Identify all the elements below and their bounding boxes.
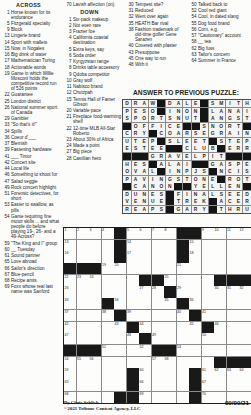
clue-number: 58 xyxy=(189,39,197,44)
grid-cell-7-13[interactable] xyxy=(214,298,226,309)
grid-cell-14-12[interactable]: 67 xyxy=(202,380,214,391)
grid-cell-5-2[interactable]: 23 xyxy=(77,275,89,286)
answer-cell-3-1: S xyxy=(123,115,131,122)
clue-across-66: 66Sailor's direction xyxy=(2,266,61,271)
cell-number: 6 xyxy=(140,228,142,232)
clue-down-32: 32Went over again xyxy=(126,14,185,19)
grid-cell-9-2[interactable] xyxy=(77,322,89,333)
grid-cell-6-1[interactable]: 26 xyxy=(64,286,76,297)
grid-cell-9-4[interactable] xyxy=(102,322,114,333)
puzzle-grid[interactable]: 1234567891011121314151617181920212223242… xyxy=(63,227,251,404)
answer-block xyxy=(192,123,200,130)
clue-across-17: 17Mathematician Turing xyxy=(2,58,61,63)
grid-cell-4-10[interactable]: 21 xyxy=(177,263,189,274)
grid-cell-8-12[interactable]: 41 xyxy=(202,310,214,321)
grid-cell-6-3[interactable] xyxy=(89,286,101,297)
grid-cell-1-3[interactable]: 3 xyxy=(89,228,101,239)
grid-cell-1-13[interactable]: 10 xyxy=(214,228,226,239)
grid-cell-1-6[interactable]: 5 xyxy=(127,228,139,239)
clue-down-15: 15Tennis Hall of Famer Gibson xyxy=(64,97,121,107)
grid-cell-4-12[interactable] xyxy=(202,263,214,274)
grid-cell-13-1[interactable]: 59 xyxy=(64,368,76,379)
grid-cell-2-1[interactable]: 13 xyxy=(64,240,76,251)
clue-across-14: 14Sport with mallets xyxy=(2,40,61,45)
clue-number: 52 xyxy=(189,8,197,13)
answer-cell-3-5: T xyxy=(157,115,165,122)
answer-cell-13-5: S xyxy=(157,191,165,198)
clue-number: 9 xyxy=(2,27,10,32)
clue-text: Talked back to xyxy=(198,2,250,7)
answer-block xyxy=(243,123,251,130)
grid-cell-13-2[interactable] xyxy=(77,368,89,379)
cell-number: 19 xyxy=(102,263,106,267)
grid-cell-5-4[interactable] xyxy=(102,275,114,286)
across-clues-column: ACROSS 1Horse known for its endurance5Fi… xyxy=(2,2,61,296)
grid-cell-6-14[interactable]: 31 xyxy=(227,286,239,297)
grid-cell-11-12[interactable] xyxy=(202,345,214,356)
grid-cell-13-10[interactable] xyxy=(177,368,189,379)
grid-cell-6-11[interactable] xyxy=(189,286,201,297)
cell-number: 55 xyxy=(77,357,81,361)
grid-cell-11-11[interactable] xyxy=(189,345,201,356)
grid-cell-1-14[interactable]: 11 xyxy=(227,228,239,239)
answer-cell-13-13: E xyxy=(226,191,234,198)
answer-cell-6-8: E xyxy=(183,138,191,145)
grid-cell-6-4[interactable] xyxy=(102,286,114,297)
answer-cell-9-13: S xyxy=(226,161,234,168)
grid-cell-2-8[interactable] xyxy=(152,240,164,251)
grid-cell-2-13[interactable] xyxy=(214,240,226,251)
grid-cell-11-13[interactable] xyxy=(214,345,226,356)
clue-text: Qdoba competitor xyxy=(73,72,121,77)
grid-cell-2-12[interactable] xyxy=(202,240,214,251)
clue-text: London district xyxy=(11,99,61,104)
grid-cell-1-12[interactable]: 9 xyxy=(202,228,214,239)
grid-cell-12-9[interactable]: 58 xyxy=(164,357,176,368)
grid-cell-11-15[interactable] xyxy=(239,345,251,356)
grid-cell-6-5[interactable] xyxy=(114,286,126,297)
grid-cell-9-9[interactable] xyxy=(164,322,176,333)
clue-number: 67 xyxy=(2,272,10,277)
grid-cell-12-5[interactable] xyxy=(114,357,126,368)
grid-cell-12-6[interactable] xyxy=(127,357,139,368)
grid-cell-4-15[interactable] xyxy=(239,263,251,274)
answer-cell-6-12: S xyxy=(217,138,225,145)
clue-text: With it xyxy=(135,62,185,67)
grid-cell-14-5[interactable] xyxy=(114,380,126,391)
answer-cell-15-8: A xyxy=(183,206,191,213)
answer-cell-13-2: U xyxy=(132,191,140,198)
answer-block xyxy=(226,153,234,160)
grid-block xyxy=(152,275,164,286)
grid-cell-14-14[interactable] xyxy=(227,380,239,391)
grid-cell-7-1[interactable]: 33 xyxy=(64,298,76,309)
grid-cell-3-14[interactable] xyxy=(227,251,239,262)
answer-cell-14-1: V xyxy=(123,198,131,205)
answer-block xyxy=(200,100,208,107)
grid-cell-8-15[interactable] xyxy=(239,310,251,321)
grid-cell-3-1[interactable]: 16 xyxy=(64,251,76,262)
grid-cell-8-1[interactable]: 37 xyxy=(64,310,76,321)
clue-number: 32 xyxy=(126,14,134,19)
grid-cell-12-7[interactable] xyxy=(139,357,151,368)
grid-cell-4-5[interactable]: 20 xyxy=(114,263,126,274)
grid-cell-8-4[interactable]: 38 xyxy=(102,310,114,321)
grid-cell-3-4[interactable] xyxy=(102,251,114,262)
grid-cell-5-1[interactable]: 22 xyxy=(64,275,76,286)
grid-cell-14-15[interactable] xyxy=(239,380,251,391)
clue-down-22: 2212-time MLB All-Star Roberto xyxy=(64,126,121,136)
grid-cell-13-7[interactable]: 60 xyxy=(139,368,151,379)
grid-cell-14-10[interactable] xyxy=(177,380,189,391)
grid-cell-14-9[interactable] xyxy=(164,380,176,391)
clue-number: 44 xyxy=(2,166,10,171)
grid-cell-7-11[interactable]: 36 xyxy=(189,298,201,309)
clue-across-42: 42Concert site xyxy=(2,160,61,165)
grid-cell-15-9[interactable] xyxy=(164,392,176,403)
grid-cell-6-15[interactable]: 32 xyxy=(239,286,251,297)
cell-number: 3 xyxy=(90,228,92,232)
grid-cell-5-5[interactable] xyxy=(114,275,126,286)
grid-cell-13-12[interactable]: 61 xyxy=(202,368,214,379)
grid-cell-14-1[interactable]: 65 xyxy=(64,380,76,391)
answer-cell-7-14: R xyxy=(234,145,242,152)
grid-cell-13-9[interactable] xyxy=(164,368,176,379)
grid-cell-12-2[interactable]: 55 xyxy=(77,357,89,368)
grid-cell-3-13[interactable] xyxy=(214,251,226,262)
grid-cell-13-13[interactable]: 62 xyxy=(214,368,226,379)
clue-down-57: 57"Cautionary" account xyxy=(189,33,250,38)
grid-cell-6-8[interactable]: 28 xyxy=(152,286,164,297)
cell-number: 37 xyxy=(65,310,69,314)
answer-cell-3-7: N xyxy=(174,115,182,122)
grid-cell-4-6[interactable] xyxy=(127,263,139,274)
grid-cell-9-5[interactable]: 43 xyxy=(114,322,126,333)
grid-cell-12-11[interactable] xyxy=(189,357,201,368)
grid-cell-2-9[interactable] xyxy=(164,240,176,251)
clue-text: Kyrgyzstan range xyxy=(73,59,121,64)
grid-cell-9-10[interactable] xyxy=(177,322,189,333)
grid-cell-12-12[interactable] xyxy=(202,357,214,368)
answer-cell-12-14: N xyxy=(234,183,242,190)
grid-cell-14-2[interactable] xyxy=(77,380,89,391)
clue-text: Guarantee xyxy=(11,92,61,97)
grid-cell-6-13[interactable]: 30 xyxy=(214,286,226,297)
clue-across-54: 54Game requiring fine motor skills ... a… xyxy=(2,214,61,240)
clue-number: 16 xyxy=(2,52,10,57)
grid-cell-1-7[interactable]: 6 xyxy=(139,228,151,239)
grid-cell-15-12[interactable]: 70 xyxy=(202,392,214,403)
cell-number: 43 xyxy=(115,322,119,326)
grid-cell-5-9[interactable]: 25 xyxy=(164,275,176,286)
answer-cell-10-12: N xyxy=(217,168,225,175)
grid-cell-10-8[interactable]: 49 xyxy=(152,333,164,344)
grid-cell-15-10[interactable] xyxy=(177,392,189,403)
grid-cell-9-8[interactable] xyxy=(152,322,164,333)
grid-cell-10-6[interactable]: 48 xyxy=(127,333,139,344)
grid-cell-8-9[interactable] xyxy=(164,310,176,321)
grid-cell-8-8[interactable] xyxy=(152,310,164,321)
cell-number: 67 xyxy=(202,380,206,384)
grid-cell-1-2[interactable]: 2 xyxy=(77,228,89,239)
answer-block xyxy=(140,153,148,160)
grid-cell-3-11[interactable]: 18 xyxy=(189,251,201,262)
grid-cell-3-8[interactable] xyxy=(152,251,164,262)
clue-text: Coeur d'___ xyxy=(11,135,61,140)
answer-cell-13-3: N xyxy=(140,191,148,198)
clue-text: Big drink of water xyxy=(11,52,61,57)
grid-cell-7-9[interactable]: 35 xyxy=(164,298,176,309)
grid-cell-12-3[interactable]: 56 xyxy=(89,357,101,368)
answer-cell-2-6: I xyxy=(166,108,174,115)
clue-number: 18 xyxy=(2,65,10,70)
clue-text: Game in which Willie Mosconi holds the c… xyxy=(11,71,61,92)
answer-cell-10-2: V xyxy=(132,168,140,175)
clue-number: 41 xyxy=(2,154,10,159)
grid-cell-10-11[interactable] xyxy=(189,333,201,344)
grid-cell-12-8[interactable]: 57 xyxy=(152,357,164,368)
grid-cell-7-8[interactable] xyxy=(152,298,164,309)
grid-cell-13-15[interactable]: 64 xyxy=(239,368,251,379)
grid-cell-14-8[interactable] xyxy=(152,380,164,391)
grid-block xyxy=(152,345,164,356)
grid-cell-2-2[interactable] xyxy=(77,240,89,251)
grid-cell-4-14[interactable] xyxy=(227,263,239,274)
grid-cell-10-1[interactable]: 47 xyxy=(64,333,76,344)
cell-number: 22 xyxy=(65,275,69,279)
answer-cell-6-6: S xyxy=(166,138,174,145)
clue-across-67: 67Blue-pencil xyxy=(2,272,61,277)
grid-cell-2-11[interactable]: 15 xyxy=(189,240,201,251)
grid-cell-6-6[interactable] xyxy=(127,286,139,297)
answer-cell-2-13: N xyxy=(226,108,234,115)
grid-cell-1-1[interactable]: 1 xyxy=(64,228,76,239)
answer-cell-12-6: N xyxy=(166,183,174,190)
grid-cell-5-6[interactable] xyxy=(127,275,139,286)
answer-block xyxy=(123,183,131,190)
grid-cell-7-14[interactable] xyxy=(227,298,239,309)
grid-cell-8-14[interactable] xyxy=(227,310,239,321)
grid-cell-5-11[interactable] xyxy=(189,275,201,286)
answer-cell-2-3: S xyxy=(140,108,148,115)
grid-cell-4-11[interactable] xyxy=(189,263,201,274)
clue-text: Blue-pencil xyxy=(11,272,61,277)
grid-cell-8-10[interactable]: 40 xyxy=(177,310,189,321)
grid-cell-3-7[interactable] xyxy=(139,251,151,262)
grid-cell-2-14[interactable] xyxy=(227,240,239,251)
answer-cell-15-12: T xyxy=(217,206,225,213)
grid-cell-7-5[interactable]: 34 xyxy=(114,298,126,309)
clue-across-49: 49Rock concert highlight xyxy=(2,185,61,190)
grid-cell-15-7[interactable]: 69 xyxy=(139,392,151,403)
grid-cell-10-4[interactable] xyxy=(102,333,114,344)
grid-cell-10-2[interactable] xyxy=(77,333,89,344)
clue-text: Dog food brand xyxy=(198,21,250,26)
grid-cell-15-8[interactable] xyxy=(152,392,164,403)
answer-cell-12-3: A xyxy=(140,183,148,190)
grid-cell-14-3[interactable] xyxy=(89,380,101,391)
grid-cell-9-3[interactable] xyxy=(89,322,101,333)
grid-cell-11-5[interactable] xyxy=(114,345,126,356)
grid-block xyxy=(114,310,126,321)
clue-text: Sailor's direction xyxy=(11,266,61,271)
grid-cell-3-3[interactable] xyxy=(89,251,101,262)
clue-down-52: 52Cool red giant xyxy=(189,8,250,13)
grid-cell-3-9[interactable] xyxy=(164,251,176,262)
grid-cell-2-4[interactable] xyxy=(102,240,114,251)
grid-cell-8-3[interactable] xyxy=(89,310,101,321)
grid-cell-11-10[interactable]: 53 xyxy=(177,345,189,356)
clue-number: 48 xyxy=(126,62,134,67)
grid-cell-9-15[interactable] xyxy=(239,322,251,333)
answer-cell-1-3: A xyxy=(140,100,148,107)
grid-cell-10-15[interactable] xyxy=(239,333,251,344)
grid-cell-14-4[interactable] xyxy=(102,380,114,391)
grid-cell-14-13[interactable] xyxy=(214,380,226,391)
grid-cell-10-13[interactable] xyxy=(214,333,226,344)
grid-cell-6-12[interactable] xyxy=(202,286,214,297)
grid-cell-5-10[interactable] xyxy=(177,275,189,286)
clue-across-69: 69Foxx whose real last name was Sanford xyxy=(2,284,61,294)
grid-cell-10-3[interactable] xyxy=(89,333,101,344)
clue-number: 59 xyxy=(2,241,10,246)
clue-down-5: 5Extra keys, say xyxy=(64,47,121,52)
grid-block xyxy=(227,357,239,368)
grid-cell-9-13[interactable]: 46 xyxy=(214,322,226,333)
grid-cell-11-7[interactable]: 52 xyxy=(139,345,151,356)
grid-cell-10-10[interactable] xyxy=(177,333,189,344)
clue-number: 20 xyxy=(64,108,72,113)
cell-number: 45 xyxy=(190,322,194,326)
answer-cell-6-9: E xyxy=(192,138,200,145)
grid-cell-2-3[interactable] xyxy=(89,240,101,251)
answer-cell-15-9: R xyxy=(192,206,200,213)
grid-cell-2-15[interactable] xyxy=(239,240,251,251)
grid-cell-3-2[interactable] xyxy=(77,251,89,262)
grid-cell-8-13[interactable] xyxy=(214,310,226,321)
answer-cell-6-3: E xyxy=(140,138,148,145)
answer-cell-6-10: T xyxy=(200,138,208,145)
answer-cell-9-7: A xyxy=(174,161,182,168)
grid-block xyxy=(177,251,189,262)
answer-cell-10-7: N xyxy=(174,168,182,175)
clue-down-23: 23About 30% of Africa xyxy=(64,137,121,142)
grid-cell-3-12[interactable] xyxy=(202,251,214,262)
grid-cell-3-15[interactable] xyxy=(239,251,251,262)
grid-cell-3-6[interactable]: 17 xyxy=(127,251,139,262)
answer-cell-5-14: I xyxy=(234,130,242,137)
answer-cell-2-2: E xyxy=(132,108,140,115)
grid-cell-6-10[interactable]: 29 xyxy=(177,286,189,297)
grid-cell-10-12[interactable]: 50 xyxy=(202,333,214,344)
grid-cell-12-4[interactable] xyxy=(102,357,114,368)
clue-number: 9 xyxy=(64,72,72,77)
grid-cell-7-6[interactable] xyxy=(127,298,139,309)
grid-cell-4-9[interactable] xyxy=(164,263,176,274)
grid-cell-10-14[interactable] xyxy=(227,333,239,344)
grid-cell-4-7[interactable] xyxy=(139,263,151,274)
grid-cell-11-6[interactable] xyxy=(127,345,139,356)
grid-cell-8-2[interactable] xyxy=(77,310,89,321)
clue-text: "Cautionary" account xyxy=(198,33,250,38)
grid-cell-6-2[interactable] xyxy=(77,286,89,297)
grid-cell-14-7[interactable]: 66 xyxy=(139,380,151,391)
answer-cell-8-4: G xyxy=(149,153,157,160)
answer-cell-7-5: E xyxy=(157,145,165,152)
grid-cell-8-6[interactable]: 39 xyxy=(127,310,139,321)
answer-cell-7-8: C xyxy=(183,145,191,152)
grid-cell-4-4[interactable]: 19 xyxy=(102,263,114,274)
clue-across-1: 1Horse known for its endurance xyxy=(2,10,61,20)
grid-cell-5-12[interactable] xyxy=(202,275,214,286)
grid-cell-9-14[interactable] xyxy=(227,322,239,333)
clue-number: 6 xyxy=(64,53,72,58)
grid-cell-13-5[interactable] xyxy=(114,368,126,379)
cell-number: 17 xyxy=(127,251,131,255)
grid-cell-12-1[interactable]: 54 xyxy=(64,357,76,368)
grid-cell-7-7[interactable] xyxy=(139,298,151,309)
answer-cell-10-9: J xyxy=(192,168,200,175)
clue-number: 23 xyxy=(64,137,72,142)
grid-cell-8-7[interactable] xyxy=(139,310,151,321)
grid-cell-5-3[interactable]: 24 xyxy=(89,275,101,286)
grid-cell-1-15[interactable]: 12 xyxy=(239,228,251,239)
grid-cell-9-1[interactable]: 42 xyxy=(64,322,76,333)
answer-cell-9-1: H xyxy=(123,161,131,168)
grid-cell-13-4[interactable] xyxy=(102,368,114,379)
answer-cell-8-6: A xyxy=(166,153,174,160)
grid-cell-11-4[interactable]: 51 xyxy=(102,345,114,356)
grid-cell-6-7[interactable]: 27 xyxy=(139,286,151,297)
clue-text: Fireplace food-warming shelf xyxy=(73,114,121,124)
grid-cell-2-6[interactable]: 14 xyxy=(127,240,139,251)
grid-block xyxy=(164,345,176,356)
grid-cell-7-2[interactable] xyxy=(77,298,89,309)
grid-cell-7-15[interactable] xyxy=(239,298,251,309)
grid-cell-13-14[interactable]: 63 xyxy=(227,368,239,379)
answer-cell-9-11: G xyxy=(209,161,217,168)
clue-text: Chutzpah xyxy=(73,90,121,95)
grid-cell-1-9[interactable]: 8 xyxy=(164,228,176,239)
grid-cell-7-12[interactable] xyxy=(202,298,214,309)
grid-cell-2-7[interactable] xyxy=(139,240,151,251)
grid-cell-10-9[interactable] xyxy=(164,333,176,344)
clue-text: Blemish xyxy=(11,141,61,146)
cell-number: 4 xyxy=(102,228,104,232)
clue-text: 12-time MLB All-Star Roberto xyxy=(73,126,121,136)
grid-cell-9-11[interactable]: 45 xyxy=(189,322,201,333)
cell-number: 21 xyxy=(177,263,181,267)
grid-cell-7-3[interactable] xyxy=(89,298,101,309)
grid-cell-13-3[interactable] xyxy=(89,368,101,379)
grid-cell-4-8[interactable] xyxy=(152,263,164,274)
grid-cell-1-4[interactable]: 4 xyxy=(102,228,114,239)
clue-text: Gambler xyxy=(11,116,61,121)
grid-cell-1-8[interactable]: 7 xyxy=(152,228,164,239)
cell-number: 27 xyxy=(140,286,144,290)
grid-cell-11-14[interactable] xyxy=(227,345,239,356)
answer-cell-11-5: N xyxy=(157,176,165,183)
grid-cell-9-7[interactable]: 44 xyxy=(139,322,151,333)
grid-cell-13-8[interactable] xyxy=(152,368,164,379)
grid-cell-4-13[interactable] xyxy=(214,263,226,274)
clue-text: __ Tuesday xyxy=(11,247,61,252)
grid-block xyxy=(189,310,201,321)
down-clues-column-3: 50Talked back to52Cool red giant54Cool, … xyxy=(189,2,250,64)
grid-cell-10-5[interactable] xyxy=(114,333,126,344)
answer-cell-3-15: T xyxy=(243,115,251,122)
grid-cell-12-10[interactable] xyxy=(177,357,189,368)
